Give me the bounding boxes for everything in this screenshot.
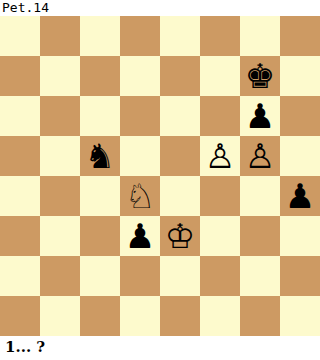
- square-g6[interactable]: ♟: [240, 96, 280, 136]
- square-g7[interactable]: ♚: [240, 56, 280, 96]
- piece-white-pawn-g5: ♙: [245, 136, 275, 176]
- square-f7[interactable]: [200, 56, 240, 96]
- square-c4[interactable]: [80, 176, 120, 216]
- piece-black-knight-c5: ♞: [85, 136, 115, 176]
- square-h7[interactable]: [280, 56, 320, 96]
- square-b3[interactable]: [40, 216, 80, 256]
- square-f1[interactable]: [200, 296, 240, 336]
- chess-diagram-page: Pet.14 ♚♟♞♙♙♘♟♟♔ 1... ?: [0, 0, 320, 360]
- piece-white-pawn-f5: ♙: [205, 136, 235, 176]
- square-d8[interactable]: [120, 16, 160, 56]
- square-d1[interactable]: [120, 296, 160, 336]
- square-d3[interactable]: ♟: [120, 216, 160, 256]
- square-h8[interactable]: [280, 16, 320, 56]
- square-c1[interactable]: [80, 296, 120, 336]
- square-e1[interactable]: [160, 296, 200, 336]
- square-g3[interactable]: [240, 216, 280, 256]
- square-a1[interactable]: [0, 296, 40, 336]
- square-e8[interactable]: [160, 16, 200, 56]
- square-h3[interactable]: [280, 216, 320, 256]
- piece-black-pawn-h4: ♟: [285, 176, 315, 216]
- square-b4[interactable]: [40, 176, 80, 216]
- move-prompt: 1... ?: [5, 337, 45, 359]
- square-d6[interactable]: [120, 96, 160, 136]
- square-h1[interactable]: [280, 296, 320, 336]
- square-a7[interactable]: [0, 56, 40, 96]
- square-h6[interactable]: [280, 96, 320, 136]
- diagram-title: Pet.14: [2, 0, 49, 16]
- square-b8[interactable]: [40, 16, 80, 56]
- square-a2[interactable]: [0, 256, 40, 296]
- square-f4[interactable]: [200, 176, 240, 216]
- square-c3[interactable]: [80, 216, 120, 256]
- square-h5[interactable]: [280, 136, 320, 176]
- piece-black-pawn-g6: ♟: [245, 96, 275, 136]
- square-d2[interactable]: [120, 256, 160, 296]
- square-a4[interactable]: [0, 176, 40, 216]
- square-e7[interactable]: [160, 56, 200, 96]
- square-c5[interactable]: ♞: [80, 136, 120, 176]
- piece-black-king-g7: ♚: [245, 56, 275, 96]
- square-a8[interactable]: [0, 16, 40, 56]
- square-b6[interactable]: [40, 96, 80, 136]
- square-g8[interactable]: [240, 16, 280, 56]
- square-b2[interactable]: [40, 256, 80, 296]
- square-h2[interactable]: [280, 256, 320, 296]
- square-a5[interactable]: [0, 136, 40, 176]
- square-c8[interactable]: [80, 16, 120, 56]
- square-d4[interactable]: ♘: [120, 176, 160, 216]
- square-f2[interactable]: [200, 256, 240, 296]
- square-g2[interactable]: [240, 256, 280, 296]
- square-f6[interactable]: [200, 96, 240, 136]
- square-e3[interactable]: ♔: [160, 216, 200, 256]
- square-e6[interactable]: [160, 96, 200, 136]
- square-b1[interactable]: [40, 296, 80, 336]
- chess-board: ♚♟♞♙♙♘♟♟♔: [0, 16, 320, 336]
- square-c6[interactable]: [80, 96, 120, 136]
- square-c2[interactable]: [80, 256, 120, 296]
- piece-black-pawn-d3: ♟: [125, 216, 155, 256]
- square-f8[interactable]: [200, 16, 240, 56]
- square-e4[interactable]: [160, 176, 200, 216]
- square-f5[interactable]: ♙: [200, 136, 240, 176]
- square-g5[interactable]: ♙: [240, 136, 280, 176]
- square-c7[interactable]: [80, 56, 120, 96]
- square-a3[interactable]: [0, 216, 40, 256]
- square-b5[interactable]: [40, 136, 80, 176]
- square-g4[interactable]: [240, 176, 280, 216]
- square-d5[interactable]: [120, 136, 160, 176]
- square-e2[interactable]: [160, 256, 200, 296]
- square-f3[interactable]: [200, 216, 240, 256]
- square-e5[interactable]: [160, 136, 200, 176]
- piece-white-knight-d4: ♘: [125, 176, 155, 216]
- piece-white-king-e3: ♔: [165, 216, 195, 256]
- square-h4[interactable]: ♟: [280, 176, 320, 216]
- square-g1[interactable]: [240, 296, 280, 336]
- square-a6[interactable]: [0, 96, 40, 136]
- square-b7[interactable]: [40, 56, 80, 96]
- square-d7[interactable]: [120, 56, 160, 96]
